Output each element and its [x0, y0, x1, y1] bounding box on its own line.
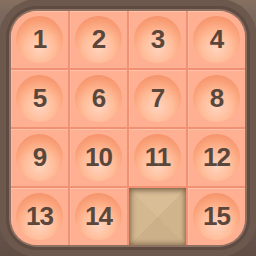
tile-bubble: 6 — [75, 75, 122, 122]
tile-bubble: 8 — [193, 75, 240, 122]
tile-number: 1 — [33, 26, 46, 52]
tile-9[interactable]: 9 — [11, 129, 68, 186]
tile-13[interactable]: 13 — [11, 188, 68, 245]
tile-number: 7 — [151, 85, 164, 111]
tile-11[interactable]: 11 — [129, 129, 186, 186]
tile-7[interactable]: 7 — [129, 70, 186, 127]
tile-bubble: 9 — [16, 134, 63, 181]
tile-14[interactable]: 14 — [70, 188, 127, 245]
tile-number: 8 — [210, 85, 223, 111]
tile-bubble: 5 — [16, 75, 63, 122]
tile-10[interactable]: 10 — [70, 129, 127, 186]
tile-bubble: 7 — [134, 75, 181, 122]
tile-8[interactable]: 8 — [188, 70, 245, 127]
tile-bubble: 10 — [75, 134, 122, 181]
tile-number: 5 — [33, 85, 46, 111]
tile-number: 4 — [210, 26, 223, 52]
tile-6[interactable]: 6 — [70, 70, 127, 127]
tile-number: 13 — [26, 203, 53, 229]
tile-bubble: 3 — [134, 16, 181, 63]
tile-bubble: 4 — [193, 16, 240, 63]
tile-number: 14 — [85, 203, 112, 229]
tile-number: 10 — [85, 144, 112, 170]
tile-5[interactable]: 5 — [11, 70, 68, 127]
empty-slot — [129, 188, 186, 245]
tile-3[interactable]: 3 — [129, 11, 186, 68]
tile-bubble: 1 — [16, 16, 63, 63]
tile-15[interactable]: 15 — [188, 188, 245, 245]
tile-bubble: 13 — [16, 193, 63, 240]
tile-number: 11 — [145, 144, 171, 170]
tile-bubble: 15 — [193, 193, 240, 240]
tile-bubble: 12 — [193, 134, 240, 181]
tile-number: 6 — [92, 85, 105, 111]
puzzle-app-icon: 1 2 3 4 5 6 — [0, 0, 256, 256]
puzzle-board: 1 2 3 4 5 6 — [11, 11, 245, 245]
tile-bubble: 2 — [75, 16, 122, 63]
tile-number: 3 — [151, 26, 164, 52]
tile-12[interactable]: 12 — [188, 129, 245, 186]
tile-bubble: 14 — [75, 193, 122, 240]
tile-1[interactable]: 1 — [11, 11, 68, 68]
tile-2[interactable]: 2 — [70, 11, 127, 68]
tile-number: 15 — [203, 203, 230, 229]
tile-number: 2 — [92, 26, 105, 52]
tile-4[interactable]: 4 — [188, 11, 245, 68]
tile-number: 12 — [203, 144, 230, 170]
tile-bubble: 11 — [134, 134, 181, 181]
tile-number: 9 — [33, 144, 46, 170]
